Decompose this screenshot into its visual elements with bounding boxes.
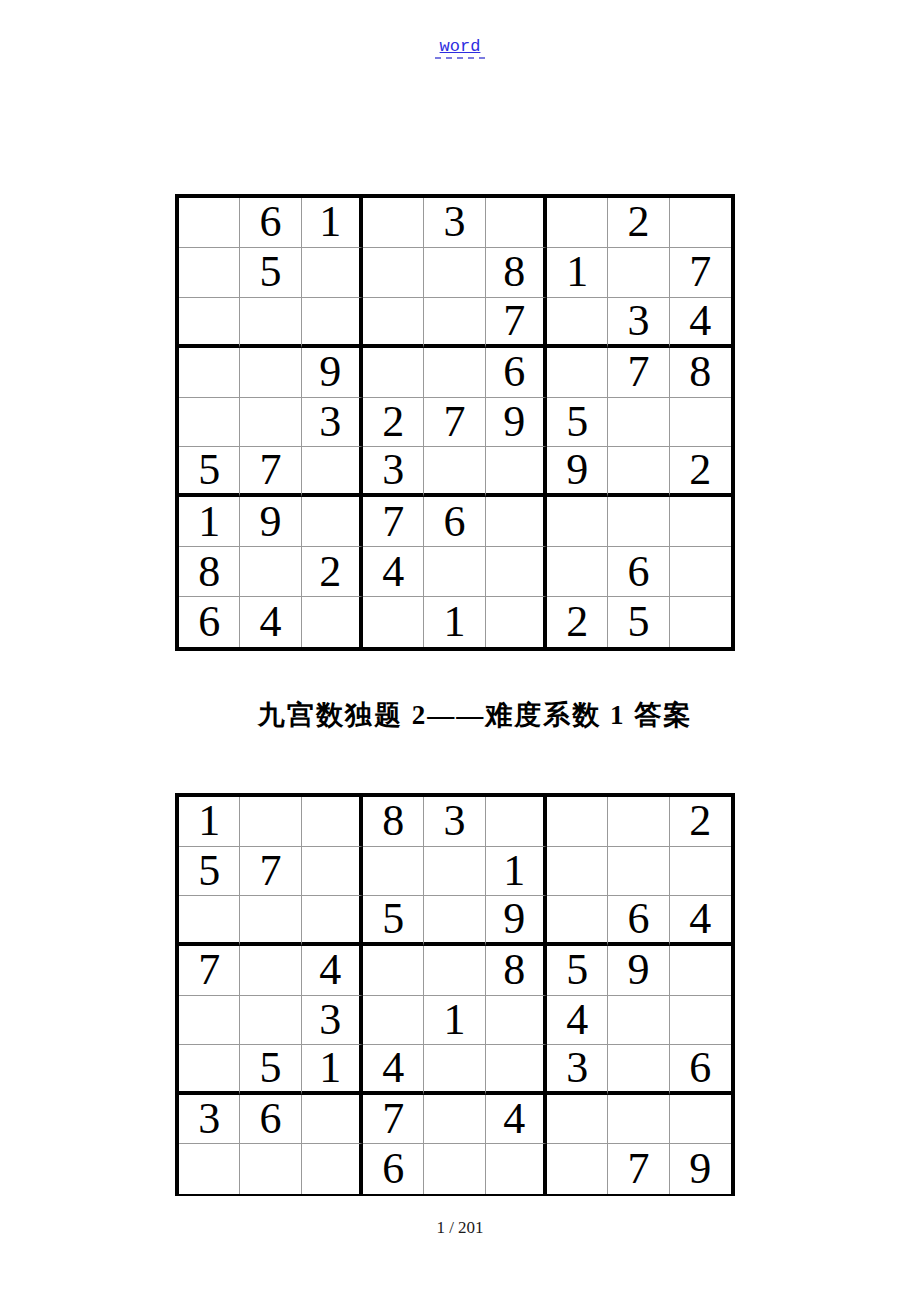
grid-1-cell-r4c7 [547, 348, 608, 398]
grid-2-cell-r6c7: 3 [547, 1045, 608, 1095]
grid-1-cell-r3c2 [240, 298, 301, 348]
grid-2-cell-r2c1: 5 [179, 847, 240, 897]
grid-2-cell-r7c2: 6 [240, 1095, 301, 1145]
grid-1-cell-r3c9: 4 [670, 298, 731, 348]
grid-2-cell-r6c8 [608, 1045, 669, 1095]
grid-2-cell-r1c6 [486, 797, 547, 847]
grid-1-cell-r2c4 [363, 248, 424, 298]
grid-2-cell-r7c5 [424, 1095, 485, 1145]
grid-2-cell-r5c4 [363, 996, 424, 1046]
grid-2-cell-r6c6 [486, 1045, 547, 1095]
grid-1-cell-r6c5 [424, 447, 485, 497]
grid-2-cell-r7c3 [302, 1095, 363, 1145]
grid-1-cell-r6c9: 2 [670, 447, 731, 497]
grid-1-cell-r5c3: 3 [302, 398, 363, 448]
grid-2-cell-r2c2: 7 [240, 847, 301, 897]
grid-2-cell-r8c8: 7 [608, 1144, 669, 1194]
grid-2-cell-r5c3: 3 [302, 996, 363, 1046]
grid-1-cell-r4c5 [424, 348, 485, 398]
grid-1-cell-r9c1: 6 [179, 597, 240, 647]
grid-1-cell-r1c3: 1 [302, 198, 363, 248]
grid-1-cell-r4c3: 9 [302, 348, 363, 398]
grid-2-cell-r5c8 [608, 996, 669, 1046]
sudoku-grid-2: 1832571596474859314514363674679 [175, 793, 735, 1196]
grid-1-cell-r8c3: 2 [302, 547, 363, 597]
grid-1-cell-r9c4 [363, 597, 424, 647]
grid-2-cell-r2c5 [424, 847, 485, 897]
grid-1-cell-r7c9 [670, 497, 731, 547]
grid-2-cell-r7c9 [670, 1095, 731, 1145]
grid-2-cell-r4c7: 5 [547, 946, 608, 996]
page-header: word [0, 38, 920, 59]
grid-1-cell-r6c1: 5 [179, 447, 240, 497]
grid-1-cell-r1c5: 3 [424, 198, 485, 248]
grid-1-cell-r6c4: 3 [363, 447, 424, 497]
grid-2-cell-r8c5 [424, 1144, 485, 1194]
grid-1-cell-r5c6: 9 [486, 398, 547, 448]
grid-1-cell-r6c7: 9 [547, 447, 608, 497]
grid-2-cell-r5c9 [670, 996, 731, 1046]
grid-1-cell-r2c1 [179, 248, 240, 298]
grid-2-cell-r3c7 [547, 896, 608, 946]
grid-1-cell-r8c8: 6 [608, 547, 669, 597]
grid-1-cell-r1c1 [179, 198, 240, 248]
grid-1-cell-r3c1 [179, 298, 240, 348]
grid-1-cell-r5c7: 5 [547, 398, 608, 448]
grid-2-cell-r1c1: 1 [179, 797, 240, 847]
grid-1-cell-r2c7: 1 [547, 248, 608, 298]
grid-2-cell-r8c3 [302, 1144, 363, 1194]
grid-2-cell-r4c9 [670, 946, 731, 996]
grid-1-cell-r2c8 [608, 248, 669, 298]
grid-2-cell-r7c1: 3 [179, 1095, 240, 1145]
grid-1-cell-r4c2 [240, 348, 301, 398]
grid-2-cell-r1c5: 3 [424, 797, 485, 847]
grid-2-cell-r4c3: 4 [302, 946, 363, 996]
grid-1-cell-r3c8: 3 [608, 298, 669, 348]
grid-2-cell-r5c2 [240, 996, 301, 1046]
sudoku-grid-1: 61325817734967832795573921976824664125 [175, 194, 735, 651]
grid-2-cell-r8c2 [240, 1144, 301, 1194]
grid-2-cell-r7c7 [547, 1095, 608, 1145]
grid-1-cell-r2c3 [302, 248, 363, 298]
grid-1-cell-r8c1: 8 [179, 547, 240, 597]
grid-2-cell-r6c4: 4 [363, 1045, 424, 1095]
grid-2-cell-r8c9: 9 [670, 1144, 731, 1194]
grid-1-cell-r6c3 [302, 447, 363, 497]
grid-2-cell-r6c1 [179, 1045, 240, 1095]
grid-2-cell-r7c8 [608, 1095, 669, 1145]
grid-2-cell-r8c1 [179, 1144, 240, 1194]
grid-2-cell-r6c2: 5 [240, 1045, 301, 1095]
grid-1-cell-r9c2: 4 [240, 597, 301, 647]
grid-1-cell-r1c2: 6 [240, 198, 301, 248]
grid-2-cell-r6c3: 1 [302, 1045, 363, 1095]
grid-2-cell-r2c6: 1 [486, 847, 547, 897]
grid-1-cell-r9c7: 2 [547, 597, 608, 647]
grid-1-cell-r8c9 [670, 547, 731, 597]
grid-1-cell-r8c5 [424, 547, 485, 597]
grid-1-cell-r7c2: 9 [240, 497, 301, 547]
grid-1-cell-r2c5 [424, 248, 485, 298]
grid-1-cell-r3c6: 7 [486, 298, 547, 348]
grid-2-cell-r4c4 [363, 946, 424, 996]
grid-1-cell-r1c7 [547, 198, 608, 248]
grid-2-cell-r5c5: 1 [424, 996, 485, 1046]
grid-1-cell-r3c4 [363, 298, 424, 348]
grid-1-cell-r1c6 [486, 198, 547, 248]
grid-2-cell-r1c3 [302, 797, 363, 847]
grid-1-cell-r7c5: 6 [424, 497, 485, 547]
grid-2-cell-r8c4: 6 [363, 1144, 424, 1194]
grid-2-cell-r5c1 [179, 996, 240, 1046]
grid-2-cell-r1c4: 8 [363, 797, 424, 847]
grid-2-cell-r6c5 [424, 1045, 485, 1095]
grid-2-cell-r2c8 [608, 847, 669, 897]
grid-1-cell-r5c5: 7 [424, 398, 485, 448]
grid-1-cell-r9c6 [486, 597, 547, 647]
grid-1-cell-r1c9 [670, 198, 731, 248]
grid-1-cell-r6c6 [486, 447, 547, 497]
grid-1-cell-r2c9: 7 [670, 248, 731, 298]
grid-1-cell-r8c2 [240, 547, 301, 597]
grid-2-cell-r1c7 [547, 797, 608, 847]
grid-2-cell-r7c4: 7 [363, 1095, 424, 1145]
grid-2-cell-r3c9: 4 [670, 896, 731, 946]
grid-1-cell-r9c9 [670, 597, 731, 647]
grid-1-cell-r5c9 [670, 398, 731, 448]
grid-1-cell-r6c2: 7 [240, 447, 301, 497]
grid-2-cell-r4c8: 9 [608, 946, 669, 996]
grid-2-cell-r2c7 [547, 847, 608, 897]
grid-2-cell-r3c8: 6 [608, 896, 669, 946]
grid-1-cell-r8c4: 4 [363, 547, 424, 597]
grid-1-cell-r7c1: 1 [179, 497, 240, 547]
grid-2-cell-r4c5 [424, 946, 485, 996]
grid-1-cell-r3c3 [302, 298, 363, 348]
grid-2-cell-r2c9 [670, 847, 731, 897]
grid-2-cell-r7c6: 4 [486, 1095, 547, 1145]
grid-2-cell-r1c8 [608, 797, 669, 847]
grid-1-cell-r2c2: 5 [240, 248, 301, 298]
grid-1-cell-r5c8 [608, 398, 669, 448]
grid-1-cell-r4c4 [363, 348, 424, 398]
grid-1-cell-r5c2 [240, 398, 301, 448]
grid-1-cell-r8c6 [486, 547, 547, 597]
grid-2-cell-r1c2 [240, 797, 301, 847]
word-link[interactable]: word [440, 37, 481, 56]
grid-2-cell-r8c6 [486, 1144, 547, 1194]
grid-1-cell-r4c8: 7 [608, 348, 669, 398]
grid-1-cell-r7c4: 7 [363, 497, 424, 547]
grid-2-cell-r6c9: 6 [670, 1045, 731, 1095]
grid-1-cell-r7c3 [302, 497, 363, 547]
grid-1-cell-r5c4: 2 [363, 398, 424, 448]
grid-1-cell-r7c8 [608, 497, 669, 547]
grid-2-cell-r2c4 [363, 847, 424, 897]
grid-1-cell-r6c8 [608, 447, 669, 497]
grid-1-cell-r1c8: 2 [608, 198, 669, 248]
grid-1-cell-r8c7 [547, 547, 608, 597]
grid-1-cell-r3c5 [424, 298, 485, 348]
grid-2-cell-r3c1 [179, 896, 240, 946]
grid-2-cell-r3c3 [302, 896, 363, 946]
grid-1-cell-r3c7 [547, 298, 608, 348]
grid-1-cell-r4c9: 8 [670, 348, 731, 398]
grid-2-cell-r3c2 [240, 896, 301, 946]
grid-1-cell-r4c1 [179, 348, 240, 398]
grid-1-cell-r4c6: 6 [486, 348, 547, 398]
grid-1-cell-r9c8: 5 [608, 597, 669, 647]
grid-2-cell-r3c4: 5 [363, 896, 424, 946]
grid-2-cell-r4c6: 8 [486, 946, 547, 996]
grid-2-cell-r4c1: 7 [179, 946, 240, 996]
grid-2-cell-r3c6: 9 [486, 896, 547, 946]
grid-1-cell-r1c4 [363, 198, 424, 248]
page-number: 1 / 201 [0, 1218, 920, 1238]
grid-2-cell-r2c3 [302, 847, 363, 897]
puzzle-caption: 九宫数独题 2——难度系数 1 答案 [0, 699, 920, 731]
grid-2-cell-r5c7: 4 [547, 996, 608, 1046]
grid-1-cell-r9c3 [302, 597, 363, 647]
grid-2-cell-r5c6 [486, 996, 547, 1046]
grid-2-cell-r8c7 [547, 1144, 608, 1194]
grid-2-cell-r1c9: 2 [670, 797, 731, 847]
grid-1-cell-r2c6: 8 [486, 248, 547, 298]
grid-1-cell-r9c5: 1 [424, 597, 485, 647]
grid-2-cell-r3c5 [424, 896, 485, 946]
grid-1-cell-r7c6 [486, 497, 547, 547]
grid-2-cell-r4c2 [240, 946, 301, 996]
word-underline-dashes [435, 57, 485, 59]
grid-1-cell-r5c1 [179, 398, 240, 448]
grid-1-cell-r7c7 [547, 497, 608, 547]
